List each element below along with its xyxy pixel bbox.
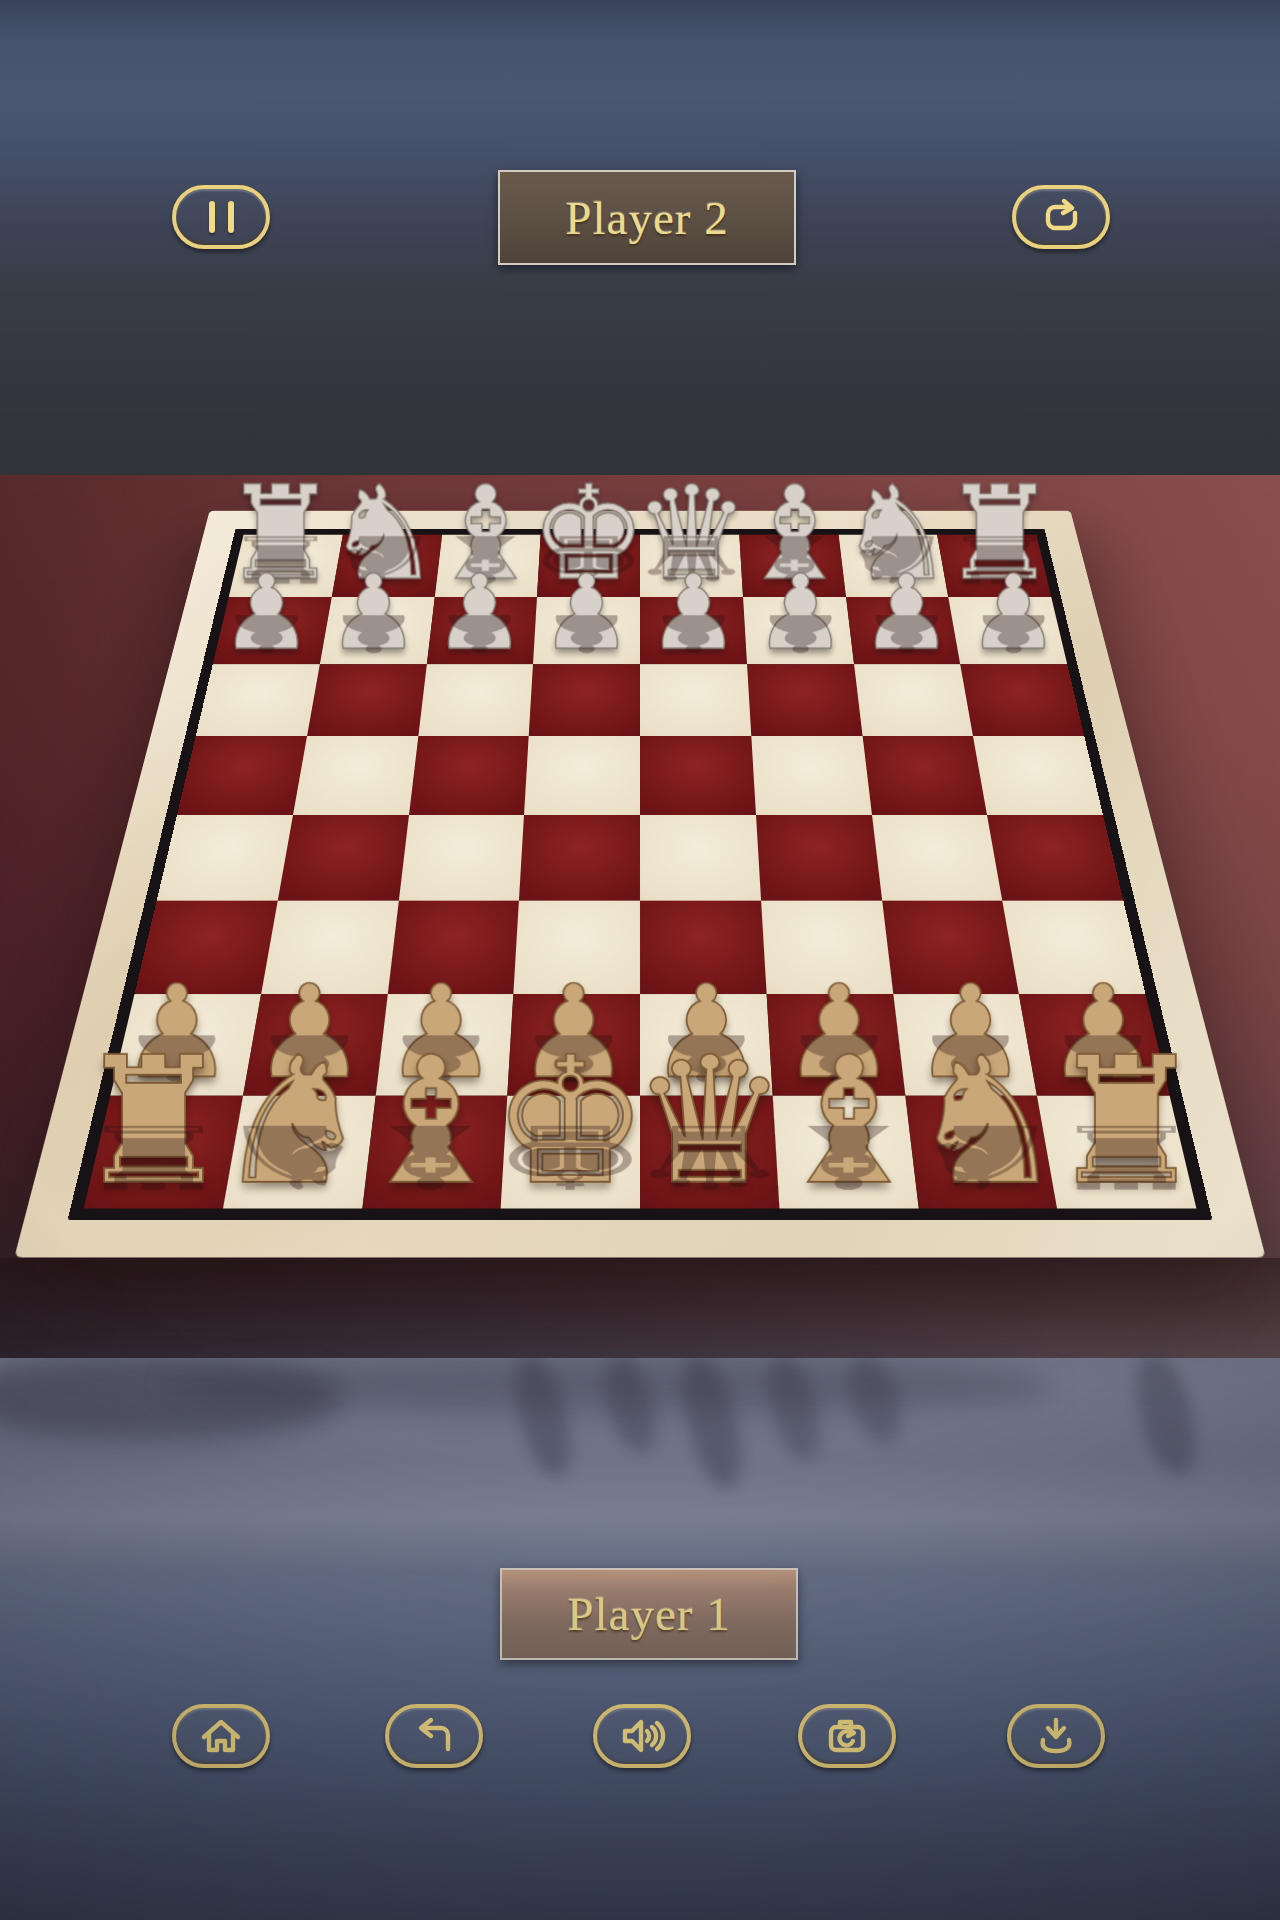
square-d8[interactable]: ♛	[640, 1096, 779, 1209]
square-g2[interactable]: ♟	[320, 597, 435, 664]
square-a8[interactable]: ♜	[1037, 1096, 1196, 1209]
square-e4[interactable]	[524, 736, 640, 815]
sound-icon	[618, 1716, 666, 1756]
undo-button[interactable]	[385, 1704, 483, 1768]
pause-icon	[209, 201, 215, 233]
square-g4[interactable]	[293, 736, 418, 815]
square-d4[interactable]	[640, 736, 756, 815]
piece-gold-bishop[interactable]: ♝	[353, 1038, 510, 1205]
piece-silver-pawn[interactable]: ♟	[434, 563, 527, 661]
square-g3[interactable]	[307, 664, 427, 736]
piece-gold-bishop[interactable]: ♝	[770, 1038, 927, 1205]
square-e5[interactable]	[519, 815, 640, 900]
download-button[interactable]	[1007, 1704, 1105, 1768]
chess-app-screen: ♜♞♝♚♛♝♞♜♟♟♟♟♟♟♟♟♟♟♟♟♟♟♟♟♜♞♝♚♛♝♞♜ Player …	[0, 0, 1280, 1920]
piece-gold-knight[interactable]: ♞	[909, 1038, 1066, 1205]
camera-switch-icon	[823, 1716, 871, 1756]
square-e3[interactable]	[529, 664, 640, 736]
square-c8[interactable]: ♝	[772, 1096, 918, 1209]
board-squares-grid: ♜♞♝♚♛♝♞♜♟♟♟♟♟♟♟♟♟♟♟♟♟♟♟♟♜♞♝♚♛♝♞♜	[84, 535, 1197, 1209]
square-h2[interactable]: ♟	[213, 597, 332, 664]
square-b5[interactable]	[872, 815, 1003, 900]
piece-gold-king[interactable]: ♚	[492, 1038, 649, 1205]
square-b8[interactable]: ♞	[905, 1096, 1057, 1209]
piece-silver-pawn[interactable]: ♟	[861, 563, 954, 661]
square-c3[interactable]	[747, 664, 862, 736]
square-h4[interactable]	[177, 736, 307, 815]
piece-silver-pawn[interactable]: ♟	[967, 563, 1060, 661]
square-f3[interactable]	[418, 664, 533, 736]
chess-board-3d: ♜♞♝♚♛♝♞♜♟♟♟♟♟♟♟♟♟♟♟♟♟♟♟♟♜♞♝♚♛♝♞♜	[130, 305, 1150, 1325]
square-h5[interactable]	[157, 815, 293, 900]
square-e8[interactable]: ♚	[501, 1096, 640, 1209]
player1-name-plaque: Player 1	[500, 1568, 798, 1660]
square-f5[interactable]	[398, 815, 524, 900]
rotate-board-icon	[1037, 197, 1085, 237]
piece-silver-pawn[interactable]: ♟	[540, 563, 633, 661]
piece-silver-pawn[interactable]: ♟	[754, 563, 847, 661]
square-d3[interactable]	[640, 664, 751, 736]
square-a3[interactable]	[960, 664, 1084, 736]
square-b2[interactable]: ♟	[846, 597, 961, 664]
square-a2[interactable]: ♟	[948, 597, 1067, 664]
sound-button[interactable]	[593, 1704, 691, 1768]
home-button[interactable]	[172, 1704, 270, 1768]
square-c2[interactable]: ♟	[743, 597, 854, 664]
black-inner-frame: ♜♞♝♚♛♝♞♜♟♟♟♟♟♟♟♟♟♟♟♟♟♟♟♟♜♞♝♚♛♝♞♜	[68, 529, 1213, 1220]
square-f2[interactable]: ♟	[426, 597, 537, 664]
square-f4[interactable]	[409, 736, 529, 815]
player2-name-plaque: Player 2	[498, 170, 796, 265]
pause-button[interactable]	[172, 185, 270, 249]
undo-icon	[410, 1716, 458, 1756]
square-d2[interactable]: ♟	[640, 597, 747, 664]
square-h3[interactable]	[196, 664, 320, 736]
pause-icon	[228, 201, 234, 233]
piece-gold-knight[interactable]: ♞	[214, 1038, 371, 1205]
square-e2[interactable]: ♟	[533, 597, 640, 664]
download-icon	[1032, 1716, 1080, 1756]
square-f8[interactable]: ♝	[362, 1096, 508, 1209]
square-d5[interactable]	[640, 815, 761, 900]
square-c4[interactable]	[751, 736, 871, 815]
marble-board-frame: ♜♞♝♚♛♝♞♜♟♟♟♟♟♟♟♟♟♟♟♟♟♟♟♟♜♞♝♚♛♝♞♜	[14, 511, 1265, 1258]
square-a4[interactable]	[973, 736, 1103, 815]
piece-silver-pawn[interactable]: ♟	[327, 563, 420, 661]
square-b4[interactable]	[862, 736, 987, 815]
square-g5[interactable]	[278, 815, 409, 900]
player2-label: Player 2	[565, 191, 728, 245]
rotate-board-button[interactable]	[1012, 185, 1110, 249]
piece-gold-rook[interactable]: ♜	[75, 1038, 232, 1205]
piece-silver-pawn[interactable]: ♟	[647, 563, 740, 661]
square-b3[interactable]	[854, 664, 974, 736]
player1-label: Player 1	[567, 1587, 730, 1641]
square-a5[interactable]	[987, 815, 1123, 900]
home-icon	[197, 1716, 245, 1756]
piece-silver-pawn[interactable]: ♟	[220, 563, 313, 661]
floor-sheen	[0, 1462, 1280, 1572]
square-c5[interactable]	[756, 815, 882, 900]
camera-switch-button[interactable]	[798, 1704, 896, 1768]
piece-gold-queen[interactable]: ♛	[631, 1038, 788, 1205]
piece-gold-rook[interactable]: ♜	[1048, 1038, 1205, 1205]
